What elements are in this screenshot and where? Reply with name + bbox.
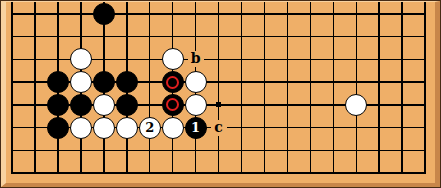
white-stone — [345, 94, 367, 116]
white-stone — [93, 117, 115, 139]
grid-line-vertical — [378, 2, 380, 174]
grid-line-vertical — [218, 2, 220, 174]
grid-line-vertical — [11, 2, 13, 174]
black-stone — [116, 94, 138, 116]
grid-line-vertical — [149, 2, 151, 174]
grid-line-vertical — [356, 2, 358, 174]
white-stone: 2 — [139, 117, 161, 139]
white-stone — [116, 117, 138, 139]
black-stone — [70, 94, 92, 116]
hoshi-point — [216, 102, 221, 107]
white-stone — [70, 48, 92, 70]
black-stone — [116, 71, 138, 93]
black-stone — [47, 117, 69, 139]
white-stone — [93, 94, 115, 116]
black-stone — [93, 3, 115, 25]
grid-line-vertical — [287, 2, 289, 174]
white-stone — [70, 71, 92, 93]
black-stone — [93, 71, 115, 93]
white-stone — [162, 117, 184, 139]
black-stone — [162, 94, 184, 116]
grid-line-vertical — [310, 2, 312, 174]
grid-line-vertical — [241, 2, 243, 174]
move-number-label: 1 — [191, 120, 200, 135]
white-stone — [185, 71, 207, 93]
black-stone: 1 — [185, 117, 207, 139]
red-circle-mark — [166, 76, 179, 89]
red-circle-mark — [166, 98, 179, 111]
grid-line-vertical — [34, 2, 36, 174]
board-bevel-border: bc21 — [1, 1, 440, 187]
white-stone — [70, 117, 92, 139]
grid-line-vertical — [264, 2, 266, 174]
grid-line-vertical — [424, 2, 426, 174]
black-stone — [47, 94, 69, 116]
go-diagram-panel: bc21 — [0, 0, 441, 188]
go-board: bc21 — [6, 2, 435, 183]
white-stone — [185, 94, 207, 116]
white-stone — [162, 48, 184, 70]
move-number-label: 2 — [145, 120, 154, 135]
black-stone — [162, 71, 184, 93]
point-label-c: c — [211, 120, 227, 136]
grid-line-vertical — [401, 2, 403, 174]
grid-line-vertical — [333, 2, 335, 174]
point-label-b: b — [188, 51, 204, 67]
black-stone — [47, 71, 69, 93]
